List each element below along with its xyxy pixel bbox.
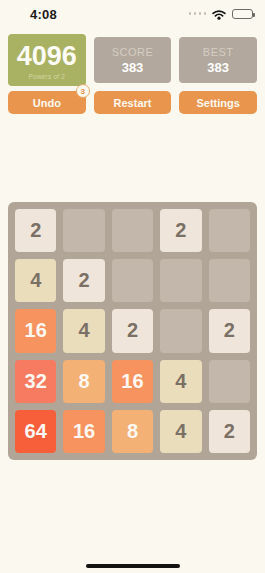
tile-4: 4 xyxy=(15,259,56,302)
score-value: 383 xyxy=(122,60,144,75)
cellular-signal-icon xyxy=(189,12,207,16)
empty-cell xyxy=(112,209,153,252)
home-indicator[interactable] xyxy=(86,564,180,569)
battery-icon xyxy=(232,9,253,20)
undo-count-badge: 3 xyxy=(76,84,90,98)
tile-2: 2 xyxy=(112,309,153,352)
empty-cell xyxy=(160,309,201,352)
empty-cell xyxy=(63,209,104,252)
logo-title: 4096 xyxy=(17,43,77,70)
best-value: 383 xyxy=(207,60,229,75)
board[interactable]: 2242164223281646416842 xyxy=(8,202,257,460)
settings-button[interactable]: Settings xyxy=(179,91,257,114)
logo-subtitle: Powers of 2 xyxy=(29,73,66,80)
undo-button-label: Undo xyxy=(33,97,61,109)
wifi-icon xyxy=(211,8,227,20)
tile-32: 32 xyxy=(15,360,56,403)
empty-cell xyxy=(209,259,250,302)
tile-4: 4 xyxy=(160,360,201,403)
empty-cell xyxy=(160,259,201,302)
tile-16: 16 xyxy=(112,360,153,403)
tile-4: 4 xyxy=(160,410,201,453)
score-box: SCORE 383 xyxy=(94,37,172,83)
tile-2: 2 xyxy=(209,410,250,453)
app-screen: 4:08 4096 Powers of 2 SCORE 383 BEST 383… xyxy=(0,0,265,573)
tile-8: 8 xyxy=(112,410,153,453)
empty-cell xyxy=(209,209,250,252)
logo-tile: 4096 Powers of 2 xyxy=(8,34,86,86)
best-label: BEST xyxy=(203,46,234,58)
status-icons xyxy=(189,8,254,20)
best-box: BEST 383 xyxy=(179,37,257,83)
empty-cell xyxy=(112,259,153,302)
tile-2: 2 xyxy=(15,209,56,252)
status-bar: 4:08 xyxy=(0,0,265,28)
undo-button[interactable]: Undo 3 xyxy=(8,91,86,114)
score-label: SCORE xyxy=(112,46,154,58)
tile-2: 2 xyxy=(160,209,201,252)
tile-16: 16 xyxy=(15,309,56,352)
empty-cell xyxy=(209,360,250,403)
tile-2: 2 xyxy=(63,259,104,302)
header: 4096 Powers of 2 SCORE 383 BEST 383 xyxy=(8,34,257,86)
restart-button-label: Restart xyxy=(114,97,152,109)
tile-4: 4 xyxy=(63,309,104,352)
toolbar: Undo 3 Restart Settings xyxy=(8,91,257,114)
tile-2: 2 xyxy=(209,309,250,352)
settings-button-label: Settings xyxy=(196,97,239,109)
clock-time: 4:08 xyxy=(30,7,57,22)
tile-16: 16 xyxy=(63,410,104,453)
restart-button[interactable]: Restart xyxy=(94,91,172,114)
tile-8: 8 xyxy=(63,360,104,403)
tile-64: 64 xyxy=(15,410,56,453)
